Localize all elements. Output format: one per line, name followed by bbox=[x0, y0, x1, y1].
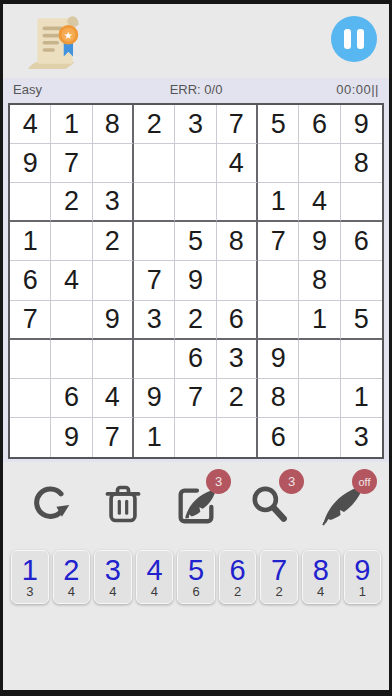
cell-r5c3[interactable] bbox=[93, 261, 134, 300]
cell-r4c1[interactable]: 1 bbox=[10, 222, 51, 261]
cell-r8c3[interactable]: 4 bbox=[93, 379, 134, 418]
cell-r7c4[interactable] bbox=[134, 340, 175, 379]
cell-r8c8[interactable] bbox=[299, 379, 340, 418]
cell-r8c4[interactable]: 9 bbox=[134, 379, 175, 418]
cell-r7c2[interactable] bbox=[51, 340, 92, 379]
numpad-6[interactable]: 62 bbox=[219, 550, 257, 604]
numpad-digit: 6 bbox=[230, 555, 246, 585]
numpad-remaining-count: 3 bbox=[26, 585, 33, 599]
numpad-remaining-count: 6 bbox=[192, 585, 199, 599]
notes-count-badge: 3 bbox=[206, 469, 231, 494]
numpad-remaining-count: 4 bbox=[109, 585, 116, 599]
cell-r7c9[interactable] bbox=[341, 340, 382, 379]
cell-r2c9[interactable]: 8 bbox=[341, 144, 382, 183]
cell-r7c8[interactable] bbox=[299, 340, 340, 379]
cell-r1c7[interactable]: 5 bbox=[258, 105, 299, 144]
achievements-button[interactable]: ★ bbox=[25, 10, 87, 72]
cell-r3c2[interactable]: 2 bbox=[51, 183, 92, 222]
cell-r5c6[interactable] bbox=[217, 261, 258, 300]
cell-r3c6[interactable] bbox=[217, 183, 258, 222]
numpad-digit: 1 bbox=[22, 555, 38, 585]
cell-r9c7[interactable]: 6 bbox=[258, 418, 299, 457]
trash-icon bbox=[101, 482, 145, 526]
sudoku-app: ★ Easy ERR: 0/0 00:00|| 4182375699748231… bbox=[3, 4, 389, 690]
cell-r6c3[interactable]: 9 bbox=[93, 301, 134, 340]
numpad-7[interactable]: 72 bbox=[260, 550, 298, 604]
header: ★ bbox=[3, 4, 389, 78]
cell-r6c6[interactable]: 6 bbox=[217, 301, 258, 340]
pause-button[interactable] bbox=[331, 16, 377, 62]
cell-r3c9[interactable] bbox=[341, 183, 382, 222]
numpad-digit: 2 bbox=[63, 555, 79, 585]
scroll-certificate-icon: ★ bbox=[25, 10, 87, 72]
cell-r8c9[interactable]: 1 bbox=[341, 379, 382, 418]
cell-r3c7[interactable]: 1 bbox=[258, 183, 299, 222]
cell-r9c8[interactable] bbox=[299, 418, 340, 457]
cell-r4c2[interactable] bbox=[51, 222, 92, 261]
error-counter: ERR: 0/0 bbox=[135, 82, 257, 97]
numpad-2[interactable]: 24 bbox=[53, 550, 91, 604]
cell-r3c3[interactable]: 3 bbox=[93, 183, 134, 222]
numpad-3[interactable]: 34 bbox=[94, 550, 132, 604]
numpad-9[interactable]: 91 bbox=[344, 550, 382, 604]
numpad-digit: 9 bbox=[354, 555, 370, 585]
sudoku-grid: 4182375699748231412587966479879326156396… bbox=[8, 103, 384, 459]
cell-r4c7[interactable]: 7 bbox=[258, 222, 299, 261]
numpad-digit: 3 bbox=[105, 555, 121, 585]
undo-icon bbox=[28, 482, 72, 526]
cell-r6c2[interactable] bbox=[51, 301, 92, 340]
cell-r1c9[interactable]: 9 bbox=[341, 105, 382, 144]
cell-r7c7[interactable]: 9 bbox=[258, 340, 299, 379]
cell-r3c1[interactable] bbox=[10, 183, 51, 222]
cell-r5c9[interactable] bbox=[341, 261, 382, 300]
numpad-remaining-count: 2 bbox=[234, 585, 241, 599]
cell-r6c5[interactable]: 2 bbox=[175, 301, 216, 340]
cell-r5c5[interactable]: 9 bbox=[175, 261, 216, 300]
cell-r7c3[interactable] bbox=[93, 340, 134, 379]
numpad: 132434445662728491 bbox=[3, 546, 389, 610]
pen-mode-button[interactable]: off bbox=[316, 478, 368, 530]
difficulty-label: Easy bbox=[13, 82, 135, 97]
cell-r1c4[interactable]: 2 bbox=[134, 105, 175, 144]
numpad-remaining-count: 4 bbox=[317, 585, 324, 599]
cell-r9c1[interactable] bbox=[10, 418, 51, 457]
cell-r2c4[interactable] bbox=[134, 144, 175, 183]
undo-button[interactable] bbox=[24, 478, 76, 530]
cell-r1c5[interactable]: 3 bbox=[175, 105, 216, 144]
cell-r1c2[interactable]: 1 bbox=[51, 105, 92, 144]
timer: 00:00|| bbox=[257, 82, 379, 97]
cell-r6c4[interactable]: 3 bbox=[134, 301, 175, 340]
cell-r9c2[interactable]: 9 bbox=[51, 418, 92, 457]
cell-r5c7[interactable] bbox=[258, 261, 299, 300]
cell-r2c6[interactable]: 4 bbox=[217, 144, 258, 183]
pause-icon bbox=[344, 29, 364, 49]
cell-r2c5[interactable] bbox=[175, 144, 216, 183]
numpad-remaining-count: 4 bbox=[68, 585, 75, 599]
cell-r1c8[interactable]: 6 bbox=[299, 105, 340, 144]
board-area: 4182375699748231412587966479879326156396… bbox=[3, 100, 389, 462]
cell-r9c3[interactable]: 7 bbox=[93, 418, 134, 457]
cell-r2c7[interactable] bbox=[258, 144, 299, 183]
erase-button[interactable] bbox=[97, 478, 149, 530]
cell-r6c8[interactable]: 1 bbox=[299, 301, 340, 340]
numpad-digit: 7 bbox=[271, 555, 287, 585]
cell-r7c6[interactable]: 3 bbox=[217, 340, 258, 379]
cell-r2c1[interactable]: 9 bbox=[10, 144, 51, 183]
cell-r8c6[interactable]: 2 bbox=[217, 379, 258, 418]
cell-r5c4[interactable]: 7 bbox=[134, 261, 175, 300]
cell-r8c1[interactable] bbox=[10, 379, 51, 418]
numpad-5[interactable]: 56 bbox=[177, 550, 215, 604]
cell-r3c4[interactable] bbox=[134, 183, 175, 222]
cell-r8c7[interactable]: 8 bbox=[258, 379, 299, 418]
cell-r5c8[interactable]: 8 bbox=[299, 261, 340, 300]
numpad-1[interactable]: 13 bbox=[11, 550, 49, 604]
numpad-4[interactable]: 44 bbox=[136, 550, 174, 604]
cell-r2c8[interactable] bbox=[299, 144, 340, 183]
hint-count-badge: 3 bbox=[279, 469, 304, 494]
cell-r6c7[interactable] bbox=[258, 301, 299, 340]
cell-r5c1[interactable]: 6 bbox=[10, 261, 51, 300]
bottom-spacer bbox=[3, 610, 389, 690]
status-bar: Easy ERR: 0/0 00:00|| bbox=[3, 78, 389, 100]
cell-r2c2[interactable]: 7 bbox=[51, 144, 92, 183]
cell-r8c5[interactable]: 7 bbox=[175, 379, 216, 418]
notes-button[interactable]: 3 bbox=[170, 478, 222, 530]
cell-r3c8[interactable]: 4 bbox=[299, 183, 340, 222]
cell-r4c3[interactable]: 2 bbox=[93, 222, 134, 261]
numpad-remaining-count: 2 bbox=[276, 585, 283, 599]
pen-mode-badge: off bbox=[352, 469, 377, 494]
cell-r8c2[interactable]: 6 bbox=[51, 379, 92, 418]
cell-r4c4[interactable] bbox=[134, 222, 175, 261]
cell-r9c9[interactable]: 3 bbox=[341, 418, 382, 457]
phone-frame: ★ Easy ERR: 0/0 00:00|| 4182375699748231… bbox=[0, 0, 392, 696]
numpad-digit: 4 bbox=[146, 555, 162, 585]
cell-r4c6[interactable]: 8 bbox=[217, 222, 258, 261]
svg-text:★: ★ bbox=[64, 30, 73, 41]
cell-r5c2[interactable]: 4 bbox=[51, 261, 92, 300]
cell-r9c6[interactable] bbox=[217, 418, 258, 457]
cell-r7c1[interactable] bbox=[10, 340, 51, 379]
cell-r2c3[interactable] bbox=[93, 144, 134, 183]
cell-r1c3[interactable]: 8 bbox=[93, 105, 134, 144]
numpad-remaining-count: 4 bbox=[151, 585, 158, 599]
cell-r1c6[interactable]: 7 bbox=[217, 105, 258, 144]
cell-r4c5[interactable]: 5 bbox=[175, 222, 216, 261]
numpad-8[interactable]: 84 bbox=[302, 550, 340, 604]
cell-r3c5[interactable] bbox=[175, 183, 216, 222]
cell-r7c5[interactable]: 6 bbox=[175, 340, 216, 379]
cell-r9c4[interactable]: 1 bbox=[134, 418, 175, 457]
numpad-digit: 8 bbox=[313, 555, 329, 585]
cell-r1c1[interactable]: 4 bbox=[10, 105, 51, 144]
numpad-remaining-count: 1 bbox=[359, 585, 366, 599]
cell-r6c1[interactable]: 7 bbox=[10, 301, 51, 340]
cell-r9c5[interactable] bbox=[175, 418, 216, 457]
cell-r4c8[interactable]: 9 bbox=[299, 222, 340, 261]
numpad-digit: 5 bbox=[188, 555, 204, 585]
cell-r6c9[interactable]: 5 bbox=[341, 301, 382, 340]
cell-r4c9[interactable]: 6 bbox=[341, 222, 382, 261]
toolbar: 3 3 off bbox=[3, 462, 389, 546]
hint-button[interactable]: 3 bbox=[243, 478, 295, 530]
